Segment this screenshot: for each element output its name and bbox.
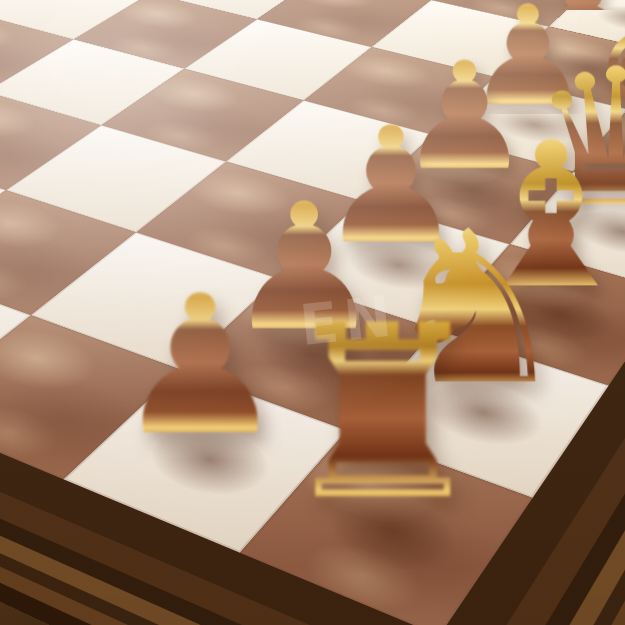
chess-set-photo: ♟♜♟♞♟♝♟♚♟♛♟♝♟♞♟♜ EN (0, 0, 625, 625)
board-grid: ♟♜♟♞♟♝♟♚♟♛♟♝♟♞♟♜ (0, 0, 625, 625)
board-frame: ♟♜♟♞♟♝♟♚♟♛♟♝♟♞♟♜ (0, 0, 625, 625)
piece-a1-rook[interactable]: ♜ (201, 294, 564, 534)
square-a1[interactable]: ♜ (240, 430, 532, 625)
